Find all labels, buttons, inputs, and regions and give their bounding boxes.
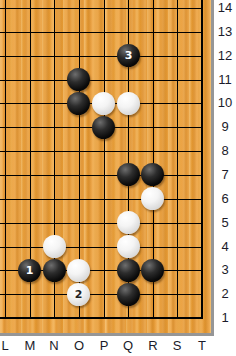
grid-line-row-13 xyxy=(0,32,203,33)
grid-line-row-6 xyxy=(0,199,203,200)
row-label-10: 10 xyxy=(214,95,236,111)
grid-line-row-1 xyxy=(0,317,203,319)
black-stone-Q2[interactable] xyxy=(117,283,140,306)
column-label-O: O xyxy=(71,338,87,354)
column-label-R: R xyxy=(145,338,161,354)
white-stone-R6[interactable] xyxy=(141,187,164,210)
row-label-11: 11 xyxy=(214,72,236,88)
black-stone-O11[interactable] xyxy=(67,68,90,91)
black-stone-Q12-move-3[interactable]: 3 xyxy=(117,44,140,67)
grid-line-column-L xyxy=(5,0,6,319)
grid-line-column-T xyxy=(201,0,203,319)
grid-line-row-14 xyxy=(0,8,203,9)
row-label-13: 13 xyxy=(214,24,236,40)
row-label-14: 14 xyxy=(214,0,236,16)
white-stone-Q10[interactable] xyxy=(117,92,140,115)
grid-line-row-5 xyxy=(0,223,203,224)
grid-line-row-12 xyxy=(0,56,203,57)
column-label-T: T xyxy=(194,338,210,354)
grid-line-row-11 xyxy=(0,80,203,81)
grid-line-row-4 xyxy=(0,247,203,248)
black-stone-R3[interactable] xyxy=(141,259,164,282)
black-stone-M3-move-1[interactable]: 1 xyxy=(18,259,41,282)
grid-line-column-S xyxy=(177,0,178,319)
column-label-S: S xyxy=(169,338,185,354)
black-stone-Q7[interactable] xyxy=(117,163,140,186)
column-label-N: N xyxy=(46,338,62,354)
row-label-8: 8 xyxy=(214,143,236,159)
grid-line-row-7 xyxy=(0,175,203,176)
black-stone-P9[interactable] xyxy=(92,116,115,139)
white-stone-P10[interactable] xyxy=(92,92,115,115)
row-label-1: 1 xyxy=(214,310,236,326)
black-stone-Q3[interactable] xyxy=(117,259,140,282)
row-coordinate-strip: 1413121110987654321 xyxy=(214,0,236,356)
black-stone-N3[interactable] xyxy=(43,259,66,282)
black-stone-O10[interactable] xyxy=(67,92,90,115)
black-stone-R7[interactable] xyxy=(141,163,164,186)
grid-line-row-2 xyxy=(0,294,203,295)
row-label-12: 12 xyxy=(214,48,236,64)
white-stone-Q5[interactable] xyxy=(117,211,140,234)
move-number-label: 2 xyxy=(75,288,83,301)
row-label-6: 6 xyxy=(214,191,236,207)
row-label-3: 3 xyxy=(214,262,236,278)
white-stone-O3[interactable] xyxy=(67,259,90,282)
row-label-2: 2 xyxy=(214,286,236,302)
row-label-4: 4 xyxy=(214,239,236,255)
grid-line-column-P xyxy=(104,0,105,319)
row-label-7: 7 xyxy=(214,167,236,183)
white-stone-O2-move-2[interactable]: 2 xyxy=(67,283,90,306)
column-label-M: M xyxy=(22,338,38,354)
white-stone-N4[interactable] xyxy=(43,235,66,258)
go-app-window: 312 1413121110987654321 LMNOPQRST xyxy=(0,0,236,356)
white-stone-Q4[interactable] xyxy=(117,235,140,258)
row-label-5: 5 xyxy=(214,215,236,231)
go-board[interactable]: 312 xyxy=(0,0,214,336)
column-label-P: P xyxy=(96,338,112,354)
column-label-Q: Q xyxy=(120,338,136,354)
row-label-9: 9 xyxy=(214,119,236,135)
grid-line-row-8 xyxy=(0,151,203,152)
column-coordinate-strip: LMNOPQRST xyxy=(0,336,214,356)
column-label-L: L xyxy=(0,338,13,354)
move-number-label: 3 xyxy=(125,49,133,62)
move-number-label: 1 xyxy=(26,264,34,277)
